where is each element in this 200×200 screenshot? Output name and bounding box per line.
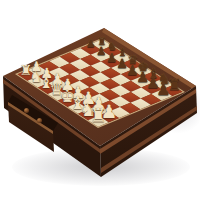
chess-set-photo: ♜♞♝♛♚♝♞♜♟♟♟♟♟♟♟♟♟♟♟♟♟♟♟♟♜♞♝♛♚♝♞♜ bbox=[0, 0, 200, 200]
drawer-knob-icon[interactable] bbox=[24, 108, 29, 113]
drawer-knob-icon[interactable] bbox=[37, 118, 42, 123]
